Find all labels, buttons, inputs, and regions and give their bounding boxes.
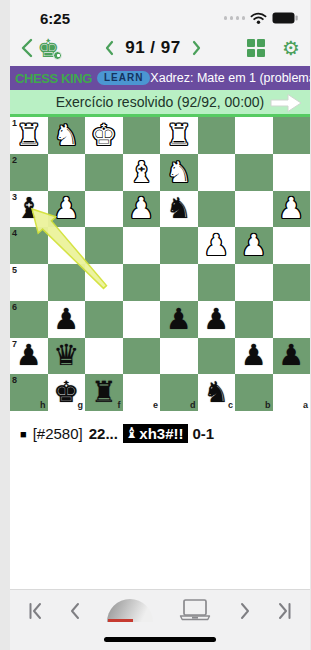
back-chevron-icon[interactable] [20, 37, 34, 59]
bishop-piece-icon: ♝ [125, 424, 138, 442]
square-c7[interactable] [198, 338, 236, 375]
laptop-icon [177, 598, 213, 623]
white-pawn: ♟ [128, 194, 154, 223]
move-notation-line: ■ [#2580] 22... ♝ xh3#!! 0-1 [10, 411, 310, 443]
black-pawn: ♟ [166, 305, 192, 334]
square-d8[interactable]: d [160, 374, 198, 411]
square-g7[interactable]: ♛ [48, 338, 86, 375]
square-f3[interactable] [85, 191, 123, 228]
square-e3[interactable]: ♟ [123, 191, 161, 228]
square-a3[interactable]: ♟ [273, 191, 311, 228]
square-h1[interactable]: 1♜ [10, 117, 48, 154]
game-result: 0-1 [193, 425, 215, 442]
square-e8[interactable]: e [123, 374, 161, 411]
black-king: ♚ [53, 378, 79, 407]
navigation-bar: ♚ 91 / 97 ⚙ [10, 30, 310, 66]
square-g5[interactable] [48, 264, 86, 301]
square-b1[interactable] [235, 117, 273, 154]
square-c2[interactable] [198, 154, 236, 191]
black-knight: ♞ [203, 378, 229, 407]
square-e7[interactable] [123, 338, 161, 375]
black-pawn: ♟ [241, 341, 267, 370]
square-b3[interactable] [235, 191, 273, 228]
highlighted-move[interactable]: ♝ xh3#!! [123, 424, 188, 443]
square-f5[interactable] [85, 264, 123, 301]
rank-label: 4 [12, 228, 17, 238]
square-b5[interactable] [235, 264, 273, 301]
square-h7[interactable]: 7♟ [10, 338, 48, 375]
file-label: a [303, 400, 308, 410]
square-a1[interactable] [273, 117, 311, 154]
rank-label: 6 [12, 302, 17, 312]
square-h4[interactable]: 4 [10, 227, 48, 264]
square-c1[interactable] [198, 117, 236, 154]
exercise-status-bar: Exercício resolvido (92/92, 00:00) [10, 90, 310, 117]
move-text: xh3#!! [139, 425, 183, 442]
white-pawn: ♟ [278, 194, 304, 223]
exercise-status-text: Exercício resolvido (92/92, 00:00) [56, 94, 265, 110]
rank-label: 1 [12, 118, 17, 128]
battery-icon [272, 12, 298, 24]
white-pawn: ♟ [241, 231, 267, 260]
square-c6[interactable]: ♟ [198, 301, 236, 338]
square-b2[interactable] [235, 154, 273, 191]
exercise-grid-icon[interactable] [247, 39, 266, 58]
square-b8[interactable]: b [235, 374, 273, 411]
rank-label: 7 [12, 339, 17, 349]
black-pawn: ♟ [203, 305, 229, 334]
square-d4[interactable] [160, 227, 198, 264]
problem-id: [#2580] [33, 425, 83, 442]
skip-to-end-icon [276, 602, 292, 620]
square-b6[interactable] [235, 301, 273, 338]
previous-move-button[interactable] [68, 602, 82, 620]
previous-exercise-icon[interactable] [104, 40, 114, 56]
square-a7[interactable]: ♟ [273, 338, 311, 375]
black-rook: ♜ [91, 378, 117, 407]
square-f1[interactable]: ♚ [85, 117, 123, 154]
next-arrow-button[interactable] [269, 91, 303, 119]
file-label: h [40, 400, 46, 410]
black-bishop: ♝ [16, 194, 42, 223]
square-a6[interactable] [273, 301, 311, 338]
next-move-button[interactable] [238, 602, 252, 620]
settings-gear-icon[interactable]: ⚙ [282, 38, 300, 58]
square-e6[interactable] [123, 301, 161, 338]
black-pawn: ♟ [53, 305, 79, 334]
logo-badge [53, 51, 62, 60]
square-g6[interactable]: ♟ [48, 301, 86, 338]
square-b7[interactable]: ♟ [235, 338, 273, 375]
square-c4[interactable]: ♟ [198, 227, 236, 264]
square-d3[interactable]: ♞ [160, 191, 198, 228]
square-h2[interactable]: 2 [10, 154, 48, 191]
square-e5[interactable] [123, 264, 161, 301]
square-d1[interactable]: ♜ [160, 117, 198, 154]
clock-time: 6:25 [40, 10, 70, 27]
previous-move-icon [68, 602, 82, 620]
app-screen: 6:25 ♚ 91 / 97 [10, 0, 310, 650]
square-f4[interactable] [85, 227, 123, 264]
course-header: CHESS KING LEARN Xadrez: Mate em 1 (prob… [10, 66, 310, 90]
rank-label: 3 [12, 192, 17, 202]
square-f7[interactable] [85, 338, 123, 375]
next-exercise-icon[interactable] [192, 40, 202, 56]
rank-label: 5 [12, 265, 17, 275]
skip-to-end-button[interactable] [276, 602, 292, 620]
square-d2[interactable]: ♞ [160, 154, 198, 191]
gauge-red-segment [108, 619, 133, 622]
black-knight: ♞ [166, 194, 192, 223]
square-g3[interactable]: ♟ [48, 191, 86, 228]
square-a4[interactable] [273, 227, 311, 264]
next-move-icon [238, 602, 252, 620]
file-label: g [78, 400, 84, 410]
move-number: 22... [89, 425, 118, 442]
square-a2[interactable] [273, 154, 311, 191]
square-g8[interactable]: g♚ [48, 374, 86, 411]
white-knight: ♞ [166, 158, 192, 187]
course-title: Xadrez: Mate em 1 (problemas) [150, 71, 310, 85]
chess-board[interactable]: 1♜♞♚♜2♝♞3♝♟♟♞♟4♟♟56♟♟♟7♟♛♟♟8hg♚f♜edc♞ba [10, 117, 310, 411]
square-g1[interactable]: ♞ [48, 117, 86, 154]
skip-to-start-icon [28, 602, 44, 620]
square-a5[interactable] [273, 264, 311, 301]
white-knight: ♞ [53, 121, 79, 150]
square-h5[interactable]: 5 [10, 264, 48, 301]
square-b4[interactable]: ♟ [235, 227, 273, 264]
engine-gauge-icon[interactable] [107, 599, 153, 622]
square-f6[interactable] [85, 301, 123, 338]
computer-play-button[interactable] [177, 598, 213, 623]
chess-king-logo-icon[interactable]: ♚ [37, 36, 59, 61]
square-e1[interactable] [123, 117, 161, 154]
square-d7[interactable] [160, 338, 198, 375]
square-g2[interactable] [48, 154, 86, 191]
black-queen: ♛ [53, 341, 79, 370]
learn-badge: LEARN [97, 71, 150, 85]
cellular-signal-icon [224, 16, 245, 19]
skip-to-start-button[interactable] [28, 602, 44, 620]
rank-label: 2 [12, 155, 17, 165]
brand-name: CHESS KING [15, 71, 92, 86]
white-pawn: ♟ [203, 231, 229, 260]
black-pawn: ♟ [278, 341, 304, 370]
square-d6[interactable]: ♟ [160, 301, 198, 338]
rank-label: 8 [12, 375, 17, 385]
square-c3[interactable] [198, 191, 236, 228]
square-c8[interactable]: c♞ [198, 374, 236, 411]
white-king: ♚ [91, 121, 117, 150]
square-h6[interactable]: 6 [10, 301, 48, 338]
wifi-icon [250, 12, 267, 24]
file-label: c [228, 400, 233, 410]
square-e4[interactable] [123, 227, 161, 264]
square-a8[interactable]: a [273, 374, 311, 411]
black-pawn: ♟ [16, 341, 42, 370]
white-pawn: ♟ [53, 194, 79, 223]
exercise-counter: 91 / 97 [125, 38, 181, 58]
right-block-arrow-icon [269, 91, 303, 115]
status-bar: 6:25 [10, 0, 310, 30]
square-h8[interactable]: 8h [10, 374, 48, 411]
board-area: 1♜♞♚♜2♝♞3♝♟♟♞♟4♟♟56♟♟♟7♟♛♟♟8hg♚f♜edc♞ba [10, 117, 310, 411]
white-rook: ♜ [166, 121, 192, 150]
file-label: f [118, 400, 121, 410]
file-label: e [153, 400, 158, 410]
home-indicator[interactable] [104, 637, 216, 642]
square-f8[interactable]: f♜ [85, 374, 123, 411]
square-h3[interactable]: 3♝ [10, 191, 48, 228]
white-bishop: ♝ [128, 158, 154, 187]
square-d5[interactable] [160, 264, 198, 301]
playback-toolbar [10, 589, 310, 650]
square-c5[interactable] [198, 264, 236, 301]
file-label: d [190, 400, 196, 410]
white-rook: ♜ [16, 121, 42, 150]
square-f2[interactable] [85, 154, 123, 191]
black-to-move-marker: ■ [20, 428, 27, 440]
square-g4[interactable] [48, 227, 86, 264]
file-label: b [265, 400, 271, 410]
square-e2[interactable]: ♝ [123, 154, 161, 191]
